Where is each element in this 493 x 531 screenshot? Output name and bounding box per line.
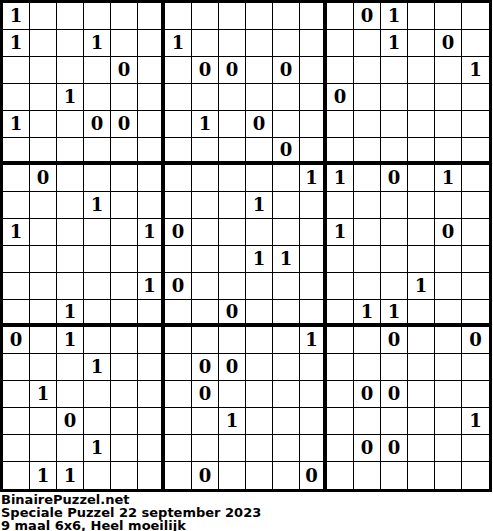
empty-cell-r4c12[interactable] (300, 84, 327, 111)
empty-cell-r11c10[interactable] (246, 273, 273, 300)
given-cell-r18c2: 1 (30, 462, 57, 489)
empty-cell-r9c16[interactable] (408, 219, 435, 246)
empty-cell-r3c16[interactable] (408, 57, 435, 84)
empty-cell-r12c17[interactable] (435, 300, 462, 327)
empty-cell-r18c11[interactable] (273, 462, 300, 489)
given-cell-r5c8: 1 (192, 111, 219, 138)
empty-cell-r17c13[interactable] (327, 435, 354, 462)
empty-cell-r6c2[interactable] (30, 138, 57, 165)
empty-cell-r12c7[interactable] (165, 300, 192, 327)
empty-cell-r14c1[interactable] (3, 354, 30, 381)
empty-cell-r5c2[interactable] (30, 111, 57, 138)
empty-cell-r11c5[interactable] (111, 273, 138, 300)
empty-cell-r11c13[interactable] (327, 273, 354, 300)
empty-cell-r1c3[interactable] (57, 3, 84, 30)
empty-cell-r6c4[interactable] (84, 138, 111, 165)
empty-cell-r17c10[interactable] (246, 435, 273, 462)
empty-cell-r10c5[interactable] (111, 246, 138, 273)
empty-cell-r6c3[interactable] (57, 138, 84, 165)
empty-cell-r14c17[interactable] (435, 354, 462, 381)
empty-cell-r7c4[interactable] (84, 165, 111, 192)
empty-cell-r17c11[interactable] (273, 435, 300, 462)
empty-cell-r15c7[interactable] (165, 381, 192, 408)
empty-cell-r18c4[interactable] (84, 462, 111, 489)
empty-cell-r9c2[interactable] (30, 219, 57, 246)
empty-cell-r12c10[interactable] (246, 300, 273, 327)
empty-cell-r5c13[interactable] (327, 111, 354, 138)
given-cell-r3c9: 0 (219, 57, 246, 84)
given-cell-r15c14: 0 (354, 381, 381, 408)
given-cell-r5c1: 1 (3, 111, 30, 138)
empty-cell-r4c1[interactable] (3, 84, 30, 111)
empty-cell-r10c2[interactable] (30, 246, 57, 273)
empty-cell-r13c8[interactable] (192, 327, 219, 354)
empty-cell-r3c15[interactable] (381, 57, 408, 84)
empty-cell-r12c18[interactable] (462, 300, 489, 327)
empty-cell-r15c16[interactable] (408, 381, 435, 408)
empty-cell-r14c11[interactable] (273, 354, 300, 381)
empty-cell-r6c14[interactable] (354, 138, 381, 165)
empty-cell-r14c2[interactable] (30, 354, 57, 381)
given-cell-r15c8: 0 (192, 381, 219, 408)
empty-cell-r2c8[interactable] (192, 30, 219, 57)
empty-cell-r9c3[interactable] (57, 219, 84, 246)
empty-cell-r18c7[interactable] (165, 462, 192, 489)
empty-cell-r5c12[interactable] (300, 111, 327, 138)
empty-cell-r3c12[interactable] (300, 57, 327, 84)
puzzle-page: 1011111000001101001000110111110101110110… (0, 0, 493, 531)
empty-cell-r1c13[interactable] (327, 3, 354, 30)
empty-cell-r11c11[interactable] (273, 273, 300, 300)
empty-cell-r15c3[interactable] (57, 381, 84, 408)
empty-cell-r8c5[interactable] (111, 192, 138, 219)
empty-cell-r2c3[interactable] (57, 30, 84, 57)
empty-cell-r8c14[interactable] (354, 192, 381, 219)
given-cell-r1c14: 0 (354, 3, 381, 30)
empty-cell-r15c4[interactable] (84, 381, 111, 408)
given-cell-r1c15: 1 (381, 3, 408, 30)
empty-cell-r2c2[interactable] (30, 30, 57, 57)
empty-cell-r3c14[interactable] (354, 57, 381, 84)
empty-cell-r13c10[interactable] (246, 327, 273, 354)
empty-cell-r1c7[interactable] (165, 3, 192, 30)
empty-cell-r17c2[interactable] (30, 435, 57, 462)
empty-cell-r5c9[interactable] (219, 111, 246, 138)
empty-cell-r10c12[interactable] (300, 246, 327, 273)
empty-cell-r2c16[interactable] (408, 30, 435, 57)
empty-cell-r8c7[interactable] (165, 192, 192, 219)
empty-cell-r10c13[interactable] (327, 246, 354, 273)
empty-cell-r15c9[interactable] (219, 381, 246, 408)
empty-cell-r16c8[interactable] (192, 408, 219, 435)
given-cell-r13c15: 0 (381, 327, 408, 354)
empty-cell-r1c18[interactable] (462, 3, 489, 30)
given-cell-r15c15: 0 (381, 381, 408, 408)
empty-cell-r9c18[interactable] (462, 219, 489, 246)
empty-cell-r1c17[interactable] (435, 3, 462, 30)
empty-cell-r7c10[interactable] (246, 165, 273, 192)
empty-cell-r18c13[interactable] (327, 462, 354, 489)
empty-cell-r8c13[interactable] (327, 192, 354, 219)
empty-cell-r4c4[interactable] (84, 84, 111, 111)
puzzle-subtitle: 9 maal 6x6, Heel moeilijk (1, 519, 493, 531)
empty-cell-r18c9[interactable] (219, 462, 246, 489)
empty-cell-r13c2[interactable] (30, 327, 57, 354)
empty-cell-r11c3[interactable] (57, 273, 84, 300)
empty-cell-r13c7[interactable] (165, 327, 192, 354)
empty-cell-r3c3[interactable] (57, 57, 84, 84)
empty-cell-r3c4[interactable] (84, 57, 111, 84)
given-cell-r17c15: 0 (381, 435, 408, 462)
empty-cell-r4c18[interactable] (462, 84, 489, 111)
empty-cell-r8c8[interactable] (192, 192, 219, 219)
empty-cell-r14c15[interactable] (381, 354, 408, 381)
given-cell-r14c8: 0 (192, 354, 219, 381)
empty-cell-r6c9[interactable] (219, 138, 246, 165)
given-cell-r11c7: 0 (165, 273, 192, 300)
given-cell-r18c12: 0 (300, 462, 327, 489)
empty-cell-r11c8[interactable] (192, 273, 219, 300)
empty-cell-r16c4[interactable] (84, 408, 111, 435)
empty-cell-r6c10[interactable] (246, 138, 273, 165)
empty-cell-r16c2[interactable] (30, 408, 57, 435)
empty-cell-r17c8[interactable] (192, 435, 219, 462)
empty-cell-r10c18[interactable] (462, 246, 489, 273)
empty-cell-r2c5[interactable] (111, 30, 138, 57)
empty-cell-r16c10[interactable] (246, 408, 273, 435)
empty-cell-r14c5[interactable] (111, 354, 138, 381)
empty-cell-r1c9[interactable] (219, 3, 246, 30)
empty-cell-r6c18[interactable] (462, 138, 489, 165)
empty-cell-r3c1[interactable] (3, 57, 30, 84)
empty-cell-r15c17[interactable] (435, 381, 462, 408)
empty-cell-r10c4[interactable] (84, 246, 111, 273)
empty-cell-r18c18[interactable] (462, 462, 489, 489)
empty-cell-r15c6[interactable] (138, 381, 165, 408)
empty-cell-r9c14[interactable] (354, 219, 381, 246)
empty-cell-r4c17[interactable] (435, 84, 462, 111)
empty-cell-r3c10[interactable] (246, 57, 273, 84)
empty-cell-r11c15[interactable] (381, 273, 408, 300)
empty-cell-r3c13[interactable] (327, 57, 354, 84)
empty-cell-r18c1[interactable] (3, 462, 30, 489)
empty-cell-r8c9[interactable] (219, 192, 246, 219)
empty-cell-r5c18[interactable] (462, 111, 489, 138)
empty-cell-r6c7[interactable] (165, 138, 192, 165)
empty-cell-r16c14[interactable] (354, 408, 381, 435)
empty-cell-r18c10[interactable] (246, 462, 273, 489)
empty-cell-r7c7[interactable] (165, 165, 192, 192)
empty-cell-r10c6[interactable] (138, 246, 165, 273)
empty-cell-r11c1[interactable] (3, 273, 30, 300)
empty-cell-r3c7[interactable] (165, 57, 192, 84)
empty-cell-r11c17[interactable] (435, 273, 462, 300)
given-cell-r2c4: 1 (84, 30, 111, 57)
empty-cell-r11c2[interactable] (30, 273, 57, 300)
empty-cell-r12c5[interactable] (111, 300, 138, 327)
empty-cell-r17c3[interactable] (57, 435, 84, 462)
empty-cell-r9c11[interactable] (273, 219, 300, 246)
empty-cell-r9c15[interactable] (381, 219, 408, 246)
empty-cell-r14c10[interactable] (246, 354, 273, 381)
empty-cell-r15c18[interactable] (462, 381, 489, 408)
empty-cell-r8c18[interactable] (462, 192, 489, 219)
empty-cell-r17c7[interactable] (165, 435, 192, 462)
empty-cell-r17c18[interactable] (462, 435, 489, 462)
empty-cell-r15c5[interactable] (111, 381, 138, 408)
empty-cell-r7c18[interactable] (462, 165, 489, 192)
empty-cell-r4c9[interactable] (219, 84, 246, 111)
empty-cell-r6c15[interactable] (381, 138, 408, 165)
empty-cell-r13c17[interactable] (435, 327, 462, 354)
empty-cell-r1c8[interactable] (192, 3, 219, 30)
given-cell-r13c3: 1 (57, 327, 84, 354)
empty-cell-r10c7[interactable] (165, 246, 192, 273)
empty-cell-r10c9[interactable] (219, 246, 246, 273)
empty-cell-r15c1[interactable] (3, 381, 30, 408)
empty-cell-r7c5[interactable] (111, 165, 138, 192)
given-cell-r5c5: 0 (111, 111, 138, 138)
empty-cell-r13c9[interactable] (219, 327, 246, 354)
given-cell-r8c4: 1 (84, 192, 111, 219)
empty-cell-r16c11[interactable] (273, 408, 300, 435)
empty-cell-r18c16[interactable] (408, 462, 435, 489)
empty-cell-r9c10[interactable] (246, 219, 273, 246)
empty-cell-r6c17[interactable] (435, 138, 462, 165)
empty-cell-r10c17[interactable] (435, 246, 462, 273)
empty-cell-r11c18[interactable] (462, 273, 489, 300)
empty-cell-r14c16[interactable] (408, 354, 435, 381)
empty-cell-r14c7[interactable] (165, 354, 192, 381)
empty-cell-r2c13[interactable] (327, 30, 354, 57)
given-cell-r5c10: 0 (246, 111, 273, 138)
empty-cell-r3c6[interactable] (138, 57, 165, 84)
empty-cell-r17c5[interactable] (111, 435, 138, 462)
empty-cell-r11c4[interactable] (84, 273, 111, 300)
empty-cell-r10c14[interactable] (354, 246, 381, 273)
empty-cell-r12c12[interactable] (300, 300, 327, 327)
empty-cell-r15c10[interactable] (246, 381, 273, 408)
empty-cell-r12c2[interactable] (30, 300, 57, 327)
empty-cell-r18c14[interactable] (354, 462, 381, 489)
empty-cell-r6c5[interactable] (111, 138, 138, 165)
empty-cell-r6c16[interactable] (408, 138, 435, 165)
empty-cell-r17c17[interactable] (435, 435, 462, 462)
empty-cell-r1c6[interactable] (138, 3, 165, 30)
empty-cell-r8c11[interactable] (273, 192, 300, 219)
empty-cell-r16c1[interactable] (3, 408, 30, 435)
empty-cell-r10c16[interactable] (408, 246, 435, 273)
given-cell-r9c1: 1 (3, 219, 30, 246)
empty-cell-r1c2[interactable] (30, 3, 57, 30)
empty-cell-r5c14[interactable] (354, 111, 381, 138)
empty-cell-r5c15[interactable] (381, 111, 408, 138)
empty-cell-r13c5[interactable] (111, 327, 138, 354)
empty-cell-r13c13[interactable] (327, 327, 354, 354)
empty-cell-r13c16[interactable] (408, 327, 435, 354)
empty-cell-r7c9[interactable] (219, 165, 246, 192)
empty-cell-r12c1[interactable] (3, 300, 30, 327)
empty-cell-r9c9[interactable] (219, 219, 246, 246)
empty-cell-r4c2[interactable] (30, 84, 57, 111)
empty-cell-r14c6[interactable] (138, 354, 165, 381)
empty-cell-r2c14[interactable] (354, 30, 381, 57)
empty-cell-r2c9[interactable] (219, 30, 246, 57)
empty-cell-r14c12[interactable] (300, 354, 327, 381)
empty-cell-r5c11[interactable] (273, 111, 300, 138)
empty-cell-r14c18[interactable] (462, 354, 489, 381)
empty-cell-r5c16[interactable] (408, 111, 435, 138)
given-cell-r3c8: 0 (192, 57, 219, 84)
empty-cell-r7c8[interactable] (192, 165, 219, 192)
binary-puzzle-board: 1011111000001101001000110111110101110110… (0, 0, 492, 492)
empty-cell-r9c8[interactable] (192, 219, 219, 246)
empty-cell-r7c3[interactable] (57, 165, 84, 192)
empty-cell-r2c6[interactable] (138, 30, 165, 57)
empty-cell-r1c4[interactable] (84, 3, 111, 30)
empty-cell-r13c11[interactable] (273, 327, 300, 354)
empty-cell-r2c18[interactable] (462, 30, 489, 57)
empty-cell-r4c8[interactable] (192, 84, 219, 111)
empty-cell-r6c6[interactable] (138, 138, 165, 165)
empty-cell-r2c12[interactable] (300, 30, 327, 57)
given-cell-r2c17: 0 (435, 30, 462, 57)
empty-cell-r17c16[interactable] (408, 435, 435, 462)
empty-cell-r8c17[interactable] (435, 192, 462, 219)
empty-cell-r6c12[interactable] (300, 138, 327, 165)
empty-cell-r16c16[interactable] (408, 408, 435, 435)
empty-cell-r10c1[interactable] (3, 246, 30, 273)
empty-cell-r9c4[interactable] (84, 219, 111, 246)
empty-cell-r5c6[interactable] (138, 111, 165, 138)
empty-cell-r1c16[interactable] (408, 3, 435, 30)
empty-cell-r12c8[interactable] (192, 300, 219, 327)
empty-cell-r12c6[interactable] (138, 300, 165, 327)
given-cell-r18c3: 1 (57, 462, 84, 489)
empty-cell-r12c11[interactable] (273, 300, 300, 327)
empty-cell-r4c15[interactable] (381, 84, 408, 111)
empty-cell-r3c17[interactable] (435, 57, 462, 84)
empty-cell-r5c7[interactable] (165, 111, 192, 138)
empty-cell-r9c5[interactable] (111, 219, 138, 246)
empty-cell-r4c6[interactable] (138, 84, 165, 111)
empty-cell-r16c17[interactable] (435, 408, 462, 435)
given-cell-r7c2: 0 (30, 165, 57, 192)
empty-cell-r1c11[interactable] (273, 3, 300, 30)
given-cell-r18c8: 0 (192, 462, 219, 489)
empty-cell-r16c6[interactable] (138, 408, 165, 435)
empty-cell-r16c7[interactable] (165, 408, 192, 435)
empty-cell-r2c11[interactable] (273, 30, 300, 57)
empty-cell-r14c14[interactable] (354, 354, 381, 381)
given-cell-r13c12: 1 (300, 327, 327, 354)
empty-cell-r16c13[interactable] (327, 408, 354, 435)
empty-cell-r12c16[interactable] (408, 300, 435, 327)
given-cell-r14c4: 1 (84, 354, 111, 381)
empty-cell-r9c12[interactable] (300, 219, 327, 246)
empty-cell-r1c5[interactable] (111, 3, 138, 30)
empty-cell-r8c15[interactable] (381, 192, 408, 219)
empty-cell-r13c14[interactable] (354, 327, 381, 354)
empty-cell-r10c3[interactable] (57, 246, 84, 273)
empty-cell-r7c1[interactable] (3, 165, 30, 192)
empty-cell-r15c13[interactable] (327, 381, 354, 408)
given-cell-r9c7: 0 (165, 219, 192, 246)
given-cell-r9c13: 1 (327, 219, 354, 246)
given-cell-r14c9: 0 (219, 354, 246, 381)
empty-cell-r4c10[interactable] (246, 84, 273, 111)
empty-cell-r14c3[interactable] (57, 354, 84, 381)
empty-cell-r4c5[interactable] (111, 84, 138, 111)
empty-cell-r18c17[interactable] (435, 462, 462, 489)
empty-cell-r17c6[interactable] (138, 435, 165, 462)
empty-cell-r7c16[interactable] (408, 165, 435, 192)
empty-cell-r11c9[interactable] (219, 273, 246, 300)
empty-cell-r11c14[interactable] (354, 273, 381, 300)
empty-cell-r18c5[interactable] (111, 462, 138, 489)
empty-cell-r8c3[interactable] (57, 192, 84, 219)
empty-cell-r8c6[interactable] (138, 192, 165, 219)
empty-cell-r8c12[interactable] (300, 192, 327, 219)
empty-cell-r17c12[interactable] (300, 435, 327, 462)
empty-cell-r10c15[interactable] (381, 246, 408, 273)
given-cell-r16c18: 1 (462, 408, 489, 435)
empty-cell-r13c6[interactable] (138, 327, 165, 354)
empty-cell-r7c11[interactable] (273, 165, 300, 192)
given-cell-r11c6: 1 (138, 273, 165, 300)
empty-cell-r12c4[interactable] (84, 300, 111, 327)
empty-cell-r16c15[interactable] (381, 408, 408, 435)
given-cell-r13c1: 0 (3, 327, 30, 354)
empty-cell-r2c10[interactable] (246, 30, 273, 57)
empty-cell-r17c1[interactable] (3, 435, 30, 462)
given-cell-r3c11: 0 (273, 57, 300, 84)
empty-cell-r8c1[interactable] (3, 192, 30, 219)
empty-cell-r15c11[interactable] (273, 381, 300, 408)
empty-cell-r1c12[interactable] (300, 3, 327, 30)
empty-cell-r13c4[interactable] (84, 327, 111, 354)
empty-cell-r8c16[interactable] (408, 192, 435, 219)
empty-cell-r1c10[interactable] (246, 3, 273, 30)
empty-cell-r12c13[interactable] (327, 300, 354, 327)
empty-cell-r4c16[interactable] (408, 84, 435, 111)
empty-cell-r5c3[interactable] (57, 111, 84, 138)
empty-cell-r6c8[interactable] (192, 138, 219, 165)
given-cell-r13c18: 0 (462, 327, 489, 354)
empty-cell-r3c2[interactable] (30, 57, 57, 84)
empty-cell-r7c14[interactable] (354, 165, 381, 192)
empty-cell-r10c8[interactable] (192, 246, 219, 273)
empty-cell-r18c6[interactable] (138, 462, 165, 489)
empty-cell-r6c13[interactable] (327, 138, 354, 165)
empty-cell-r11c12[interactable] (300, 273, 327, 300)
empty-cell-r4c14[interactable] (354, 84, 381, 111)
empty-cell-r15c12[interactable] (300, 381, 327, 408)
given-cell-r12c15: 1 (381, 300, 408, 327)
empty-cell-r4c11[interactable] (273, 84, 300, 111)
empty-cell-r16c12[interactable] (300, 408, 327, 435)
empty-cell-r6c1[interactable] (3, 138, 30, 165)
empty-cell-r5c17[interactable] (435, 111, 462, 138)
empty-cell-r18c15[interactable] (381, 462, 408, 489)
empty-cell-r14c13[interactable] (327, 354, 354, 381)
given-cell-r7c17: 1 (435, 165, 462, 192)
empty-cell-r17c9[interactable] (219, 435, 246, 462)
empty-cell-r4c7[interactable] (165, 84, 192, 111)
empty-cell-r8c2[interactable] (30, 192, 57, 219)
empty-cell-r16c5[interactable] (111, 408, 138, 435)
empty-cell-r7c6[interactable] (138, 165, 165, 192)
